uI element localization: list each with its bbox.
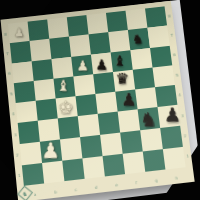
square-a2[interactable] (20, 141, 42, 165)
file-label-b: b (54, 189, 57, 194)
file-label-a: a (33, 191, 36, 196)
square-c1[interactable] (62, 158, 84, 181)
square-a8[interactable]: ♟ (8, 22, 30, 44)
rank-label-right-6: 6 (173, 53, 176, 58)
square-c8[interactable] (47, 17, 69, 39)
square-g2[interactable] (140, 128, 163, 151)
piece-black-knight[interactable]: ♞ (140, 110, 157, 129)
rank-label-right-4: 4 (178, 93, 181, 98)
file-label-f: f (135, 180, 137, 185)
piece-white-pawn[interactable]: ♟ (76, 58, 89, 72)
square-d5[interactable] (73, 74, 95, 96)
square-e1[interactable] (102, 153, 125, 176)
piece-black-bishop[interactable]: ♝ (113, 53, 126, 67)
square-e2[interactable] (100, 132, 123, 156)
square-e4[interactable] (95, 92, 117, 114)
square-h3[interactable]: ♟ (158, 105, 181, 128)
square-e7[interactable] (89, 32, 111, 54)
rank-label-left-7: 7 (6, 51, 9, 56)
square-b8[interactable] (28, 19, 50, 41)
rank-label-right-8: 8 (168, 13, 171, 18)
square-f6[interactable]: ♝ (111, 50, 133, 72)
file-label-e: e (115, 182, 118, 187)
square-d2[interactable] (80, 135, 102, 159)
square-h1[interactable] (163, 147, 186, 170)
square-a5[interactable] (14, 81, 36, 103)
square-a4[interactable] (16, 101, 38, 123)
square-h8[interactable] (145, 6, 167, 28)
file-label-g: g (155, 177, 158, 182)
square-a3[interactable] (18, 121, 40, 144)
file-label-d: d (94, 184, 97, 189)
square-e6[interactable]: ♟ (91, 52, 113, 74)
square-c7[interactable] (49, 37, 71, 59)
rank-label-right-7: 7 (170, 33, 173, 38)
file-label-c: c (74, 186, 77, 191)
rank-label-right-2: 2 (183, 133, 186, 138)
square-f1[interactable] (123, 151, 146, 174)
square-a1[interactable] (22, 163, 44, 186)
rank-label-left-6: 6 (8, 71, 11, 76)
square-g1[interactable] (143, 149, 166, 172)
square-a7[interactable] (10, 41, 32, 63)
square-h6[interactable] (150, 45, 172, 67)
square-c3[interactable] (58, 117, 80, 140)
square-f4[interactable]: ♟ (115, 90, 137, 112)
square-g7[interactable]: ♞ (128, 28, 150, 50)
square-d3[interactable] (78, 114, 100, 137)
piece-white-bishop[interactable]: ♝ (57, 80, 71, 95)
square-g6[interactable] (130, 48, 152, 70)
square-f2[interactable] (120, 130, 143, 153)
square-e5[interactable] (93, 72, 115, 94)
square-a6[interactable] (12, 61, 34, 83)
piece-black-pawn[interactable]: ♟ (164, 105, 181, 124)
square-c2[interactable] (60, 137, 82, 161)
square-f8[interactable] (106, 11, 128, 33)
square-b5[interactable] (34, 79, 56, 101)
rank-label-right-3: 3 (181, 113, 184, 118)
square-b7[interactable] (30, 39, 52, 61)
rank-label-right-1: 1 (186, 154, 189, 159)
square-h7[interactable] (147, 26, 169, 48)
chess-board: ♟♞♟♟♝♝♛♚♟♞♟♟ abcdefgh 87654321 87654321 … (1, 1, 195, 200)
square-g3[interactable]: ♞ (138, 107, 160, 130)
square-b6[interactable] (32, 59, 54, 81)
square-h5[interactable] (152, 65, 174, 87)
photo-scene: ♟♞♟♟♝♝♛♚♟♞♟♟ abcdefgh 87654321 87654321 … (0, 0, 200, 200)
piece-black-knight[interactable]: ♞ (132, 33, 144, 46)
square-c5[interactable]: ♝ (53, 76, 75, 98)
square-c6[interactable] (51, 56, 73, 78)
rank-label-left-2: 2 (16, 152, 19, 157)
rank-label-left-3: 3 (14, 132, 17, 137)
rank-label-left-1: 1 (18, 173, 21, 178)
square-d6[interactable]: ♟ (71, 54, 93, 76)
square-b4[interactable] (36, 99, 58, 121)
brand-knight-logo-icon: ♞ (17, 185, 33, 200)
piece-black-queen[interactable]: ♛ (116, 72, 130, 87)
rank-label-left-4: 4 (12, 111, 15, 116)
square-g5[interactable] (133, 67, 155, 89)
square-d7[interactable] (69, 35, 91, 57)
square-h2[interactable] (160, 125, 183, 148)
square-d1[interactable] (82, 156, 105, 179)
square-b2[interactable]: ♟ (40, 139, 62, 163)
board-grid: ♟♞♟♟♝♝♛♚♟♞♟♟ (8, 6, 186, 185)
square-f3[interactable] (118, 110, 140, 133)
rank-label-left-5: 5 (10, 91, 13, 96)
square-b1[interactable] (42, 160, 64, 183)
piece-white-king[interactable]: ♚ (58, 99, 73, 116)
square-f7[interactable] (108, 30, 130, 52)
square-g4[interactable] (135, 87, 157, 109)
piece-white-pawn[interactable]: ♟ (13, 27, 24, 39)
square-e3[interactable] (98, 112, 120, 135)
square-d4[interactable] (76, 94, 98, 116)
square-c4[interactable]: ♚ (56, 96, 78, 118)
square-g8[interactable] (125, 9, 147, 31)
piece-white-pawn[interactable]: ♟ (40, 140, 59, 161)
piece-black-pawn[interactable]: ♟ (121, 91, 136, 108)
rank-label-right-5: 5 (175, 72, 178, 77)
rank-label-left-8: 8 (4, 31, 7, 36)
square-d8[interactable] (67, 15, 89, 37)
piece-black-pawn[interactable]: ♟ (95, 57, 108, 71)
file-label-h: h (175, 175, 178, 180)
square-e8[interactable] (86, 13, 108, 35)
logo-knight-glyph: ♞ (22, 190, 28, 197)
